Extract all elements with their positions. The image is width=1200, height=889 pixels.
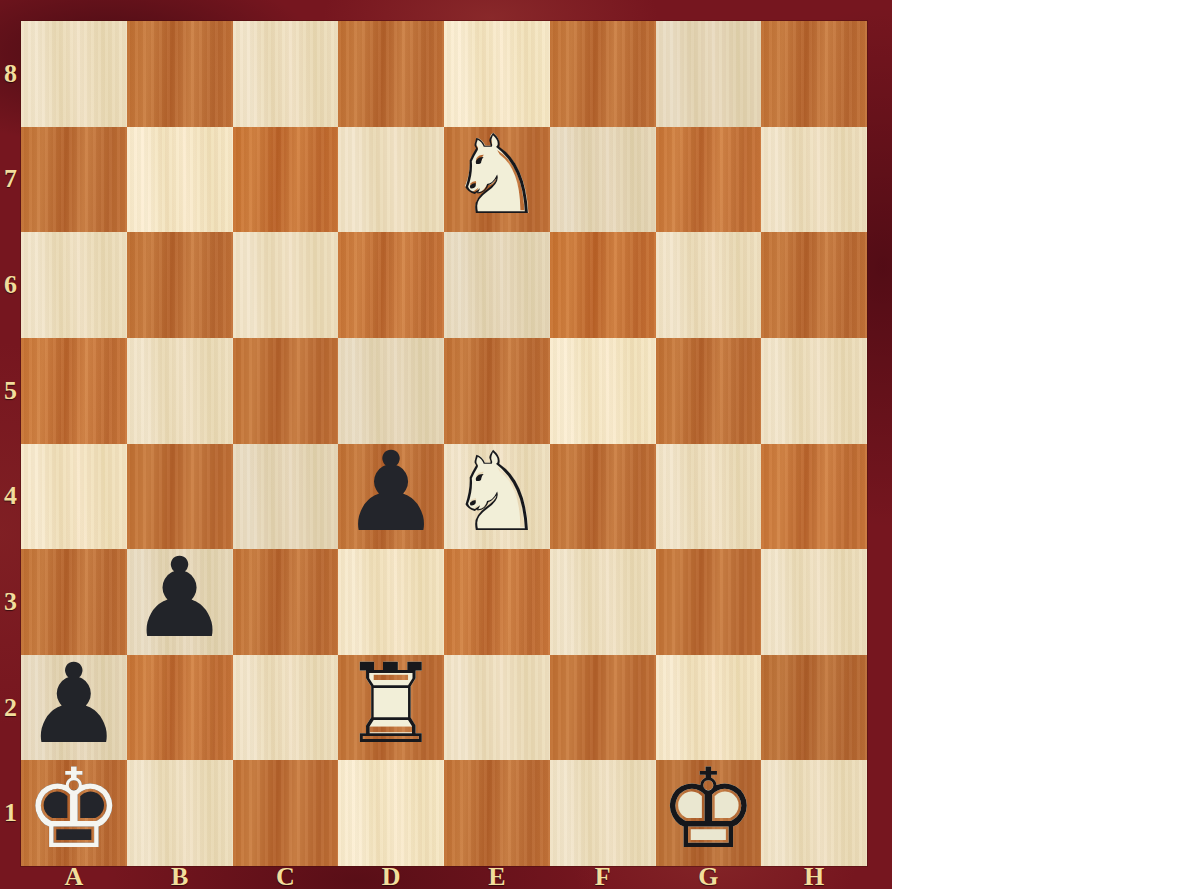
square-c1[interactable] (233, 760, 339, 866)
square-f5[interactable] (550, 338, 656, 444)
knight-outline-icon: ♘ (444, 120, 550, 230)
pawn-icon: ♟ (127, 543, 233, 653)
pawn-icon: ♟ (338, 437, 444, 547)
square-e4[interactable]: ♞♘ (444, 444, 550, 550)
square-b1[interactable] (127, 760, 233, 866)
white-knight[interactable]: ♞♘ (444, 127, 550, 233)
square-a5[interactable] (21, 338, 127, 444)
square-h8[interactable] (761, 21, 867, 127)
king-outline-icon: ♔ (21, 754, 127, 864)
square-a4[interactable] (21, 444, 127, 550)
knight-outline-icon: ♘ (444, 437, 550, 547)
file-label-c: C (233, 865, 339, 888)
square-g3[interactable] (656, 549, 762, 655)
white-rook[interactable]: ♜♖ (338, 655, 444, 761)
square-d7[interactable] (338, 127, 444, 233)
square-c2[interactable] (233, 655, 339, 761)
chess-board: ♞♘♟♞♘♟♟♜♖♚♔♚♔ (21, 21, 867, 866)
white-knight[interactable]: ♞♘ (444, 444, 550, 550)
file-label-b: B (127, 865, 233, 888)
square-c6[interactable] (233, 232, 339, 338)
black-pawn[interactable]: ♟ (338, 444, 444, 550)
square-h6[interactable] (761, 232, 867, 338)
square-h5[interactable] (761, 338, 867, 444)
square-b5[interactable] (127, 338, 233, 444)
king-outline-icon: ♔ (656, 754, 762, 864)
rank-label-6: 6 (0, 232, 21, 338)
square-d2[interactable]: ♜♖ (338, 655, 444, 761)
file-label-f: F (550, 865, 656, 888)
square-e1[interactable] (444, 760, 550, 866)
rook-outline-icon: ♖ (338, 648, 444, 758)
white-king[interactable]: ♚♔ (656, 760, 762, 866)
square-c4[interactable] (233, 444, 339, 550)
square-f8[interactable] (550, 21, 656, 127)
square-c3[interactable] (233, 549, 339, 655)
square-g1[interactable]: ♚♔ (656, 760, 762, 866)
square-c8[interactable] (233, 21, 339, 127)
file-label-h: H (761, 865, 867, 888)
square-h3[interactable] (761, 549, 867, 655)
rank-label-8: 8 (0, 21, 21, 127)
square-g8[interactable] (656, 21, 762, 127)
square-a1[interactable]: ♚♔ (21, 760, 127, 866)
square-g5[interactable] (656, 338, 762, 444)
square-h4[interactable] (761, 444, 867, 550)
square-e6[interactable] (444, 232, 550, 338)
board-frame: ♞♘♟♞♘♟♟♜♖♚♔♚♔ 87654321ABCDEFGH (0, 0, 892, 889)
square-h2[interactable] (761, 655, 867, 761)
square-b3[interactable]: ♟ (127, 549, 233, 655)
file-label-a: A (21, 865, 127, 888)
square-h1[interactable] (761, 760, 867, 866)
square-d1[interactable] (338, 760, 444, 866)
square-f2[interactable] (550, 655, 656, 761)
square-g4[interactable] (656, 444, 762, 550)
square-f4[interactable] (550, 444, 656, 550)
square-f6[interactable] (550, 232, 656, 338)
square-f3[interactable] (550, 549, 656, 655)
black-king[interactable]: ♚♔ (21, 760, 127, 866)
square-b8[interactable] (127, 21, 233, 127)
square-d4[interactable]: ♟ (338, 444, 444, 550)
square-c7[interactable] (233, 127, 339, 233)
rank-label-7: 7 (0, 127, 21, 233)
square-c5[interactable] (233, 338, 339, 444)
square-e3[interactable] (444, 549, 550, 655)
rank-label-1: 1 (0, 760, 21, 866)
pawn-icon: ♟ (21, 648, 127, 758)
rank-label-4: 4 (0, 444, 21, 550)
square-a8[interactable] (21, 21, 127, 127)
square-f1[interactable] (550, 760, 656, 866)
rank-label-2: 2 (0, 655, 21, 761)
square-b7[interactable] (127, 127, 233, 233)
square-b6[interactable] (127, 232, 233, 338)
page-background: ♞♘♟♞♘♟♟♜♖♚♔♚♔ 87654321ABCDEFGH (0, 0, 1200, 889)
black-pawn[interactable]: ♟ (127, 549, 233, 655)
square-e7[interactable]: ♞♘ (444, 127, 550, 233)
square-a7[interactable] (21, 127, 127, 233)
file-label-g: G (656, 865, 762, 888)
file-label-e: E (444, 865, 550, 888)
square-b2[interactable] (127, 655, 233, 761)
file-label-d: D (338, 865, 444, 888)
square-a6[interactable] (21, 232, 127, 338)
rank-label-5: 5 (0, 338, 21, 444)
square-e2[interactable] (444, 655, 550, 761)
square-g7[interactable] (656, 127, 762, 233)
square-f7[interactable] (550, 127, 656, 233)
rank-label-3: 3 (0, 549, 21, 655)
square-d8[interactable] (338, 21, 444, 127)
square-h7[interactable] (761, 127, 867, 233)
square-d6[interactable] (338, 232, 444, 338)
square-g6[interactable] (656, 232, 762, 338)
